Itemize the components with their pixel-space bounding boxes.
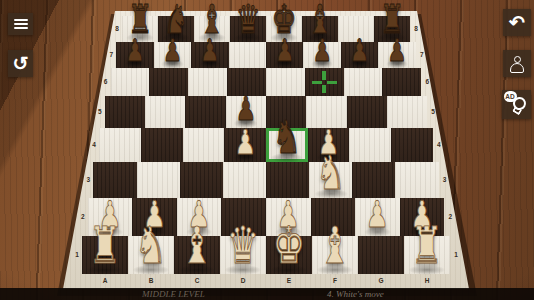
players-button[interactable] bbox=[503, 50, 531, 77]
piece-white-knight-b1[interactable]: ♞ bbox=[135, 221, 167, 272]
rank-label-right-4: 4 bbox=[435, 142, 443, 149]
file-label-B: B bbox=[146, 278, 156, 285]
rank-label-left-3: 3 bbox=[84, 177, 92, 184]
move-indicator: 4. White's move bbox=[327, 289, 384, 299]
square-c4[interactable] bbox=[183, 128, 225, 162]
lightbulb-icon: AD bbox=[506, 94, 528, 116]
piece-black-pawn-a7[interactable]: ♟ bbox=[125, 35, 145, 66]
restart-icon: ↺ bbox=[13, 54, 29, 73]
square-a6[interactable] bbox=[111, 68, 150, 96]
square-g5[interactable] bbox=[347, 96, 387, 128]
square-e3[interactable] bbox=[266, 162, 309, 198]
piece-black-pawn-h7[interactable]: ♟ bbox=[387, 35, 407, 66]
piece-white-knight-f3[interactable]: ♞ bbox=[316, 149, 346, 196]
file-label-A: A bbox=[100, 278, 110, 285]
square-a3[interactable] bbox=[93, 162, 136, 198]
square-g3[interactable] bbox=[352, 162, 395, 198]
square-a5[interactable] bbox=[105, 96, 145, 128]
square-c3[interactable] bbox=[180, 162, 223, 198]
piece-white-pawn-g2[interactable]: ♟ bbox=[366, 197, 389, 234]
rank-label-right-5: 5 bbox=[429, 109, 437, 116]
piece-black-knight-e4[interactable]: ♞ bbox=[273, 115, 302, 160]
rank-label-right-1: 1 bbox=[452, 252, 460, 259]
piece-black-pawn-f7[interactable]: ♟ bbox=[312, 35, 332, 66]
rank-label-left-8: 8 bbox=[113, 26, 121, 33]
player-icon bbox=[509, 56, 525, 72]
file-label-D: D bbox=[238, 278, 248, 285]
piece-white-queen-d1[interactable]: ♛ bbox=[227, 221, 259, 272]
rank-label-left-2: 2 bbox=[79, 214, 87, 221]
piece-white-bishop-c1[interactable]: ♝ bbox=[181, 221, 213, 272]
rank-label-right-3: 3 bbox=[441, 177, 449, 184]
square-g6[interactable] bbox=[344, 68, 383, 96]
square-c5[interactable] bbox=[185, 96, 225, 128]
square-h4[interactable] bbox=[391, 128, 433, 162]
square-h6[interactable] bbox=[382, 68, 421, 96]
rank-label-right-8: 8 bbox=[412, 26, 420, 33]
rank-label-left-6: 6 bbox=[102, 79, 110, 86]
square-b4[interactable] bbox=[141, 128, 183, 162]
piece-black-queen-d8[interactable]: ♛ bbox=[235, 0, 260, 40]
undo-button[interactable]: ↶ bbox=[503, 9, 531, 36]
square-g1[interactable] bbox=[358, 236, 404, 274]
level-label: MIDDLE LEVEL bbox=[142, 289, 205, 299]
restart-button[interactable]: ↺ bbox=[8, 50, 33, 77]
rank-label-left-1: 1 bbox=[73, 252, 81, 259]
square-c6[interactable] bbox=[188, 68, 227, 96]
piece-black-pawn-e7[interactable]: ♟ bbox=[275, 35, 295, 66]
hamburger-icon bbox=[14, 18, 28, 31]
piece-white-king-e1[interactable]: ♚ bbox=[273, 221, 305, 272]
file-label-G: G bbox=[376, 278, 386, 285]
menu-button[interactable] bbox=[8, 13, 33, 35]
hint-button[interactable]: AD bbox=[502, 90, 531, 119]
rank-label-left-4: 4 bbox=[90, 142, 98, 149]
square-e6[interactable] bbox=[266, 68, 305, 96]
rank-label-right-7: 7 bbox=[418, 52, 426, 59]
file-label-C: C bbox=[192, 278, 202, 285]
chess-app-screen: 8877665544332211ABCDEFGH♜♞♝♛♚♝♜♟♟♟♟♟♟♟♟♞… bbox=[0, 0, 534, 300]
rank-label-left-7: 7 bbox=[107, 52, 115, 59]
square-h5[interactable] bbox=[387, 96, 427, 128]
file-label-E: E bbox=[284, 278, 294, 285]
square-g4[interactable] bbox=[349, 128, 391, 162]
rank-label-left-5: 5 bbox=[96, 109, 104, 116]
piece-white-rook-a1[interactable]: ♜ bbox=[89, 221, 121, 272]
ad-badge: AD bbox=[504, 91, 517, 102]
rank-label-right-2: 2 bbox=[446, 214, 454, 221]
square-b6[interactable] bbox=[149, 68, 188, 96]
square-d7[interactable] bbox=[229, 42, 266, 68]
status-bar: MIDDLE LEVEL 4. White's move bbox=[0, 288, 534, 300]
square-f6-last-move-marker[interactable] bbox=[305, 68, 344, 96]
file-label-H: H bbox=[422, 278, 432, 285]
piece-black-pawn-b7[interactable]: ♟ bbox=[163, 35, 183, 66]
piece-white-pawn-d4[interactable]: ♟ bbox=[234, 126, 256, 160]
square-a4[interactable] bbox=[99, 128, 141, 162]
square-h3[interactable] bbox=[395, 162, 438, 198]
square-d3[interactable] bbox=[223, 162, 266, 198]
undo-icon: ↶ bbox=[509, 13, 525, 32]
piece-black-pawn-c7[interactable]: ♟ bbox=[200, 35, 220, 66]
square-b5[interactable] bbox=[145, 96, 185, 128]
piece-white-bishop-f1[interactable]: ♝ bbox=[319, 221, 351, 272]
square-b3[interactable] bbox=[137, 162, 180, 198]
piece-black-pawn-g7[interactable]: ♟ bbox=[350, 35, 370, 66]
piece-white-rook-h1[interactable]: ♜ bbox=[411, 221, 443, 272]
file-label-F: F bbox=[330, 278, 340, 285]
piece-black-pawn-d5[interactable]: ♟ bbox=[235, 93, 256, 126]
rank-label-right-6: 6 bbox=[423, 79, 431, 86]
